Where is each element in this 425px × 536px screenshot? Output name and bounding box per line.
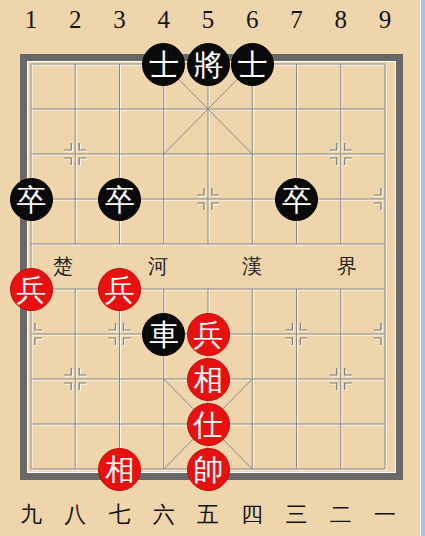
piece-red-elephant[interactable]: 相 [186,357,230,402]
piece-black-soldier[interactable]: 卒 [275,177,319,222]
piece-black-advisor[interactable]: 士 [230,42,274,87]
piece-red-soldier[interactable]: 兵 [186,312,230,357]
piece-red-elephant[interactable]: 相 [98,447,142,492]
black-advisor-disc: 士 [231,43,274,86]
piece-red-advisor[interactable]: 仕 [186,402,230,447]
piece-red-soldier[interactable]: 兵 [98,267,142,312]
file-label-bottom-7: 三 [286,500,308,530]
file-label-top-2: 2 [69,6,82,34]
file-label-top-9: 9 [379,6,392,34]
black-general-disc: 將 [187,43,230,86]
file-label-bottom-5: 五 [197,500,219,530]
piece-black-soldier[interactable]: 卒 [98,177,142,222]
red-soldier-disc: 兵 [10,268,53,311]
black-chariot-disc: 車 [142,313,185,356]
window-edge [420,0,425,536]
app-background: 楚河漢界 123456789 九八七六五四三二一 士將士卒卒卒車兵兵兵相仕帥相 [0,0,425,536]
file-label-top-3: 3 [113,6,126,34]
file-label-bottom-2: 八 [64,500,86,530]
red-elephant-disc: 相 [98,448,141,491]
red-elephant-disc: 相 [187,358,230,401]
red-advisor-disc: 仕 [187,403,230,446]
file-label-bottom-3: 七 [109,500,131,530]
file-label-bottom-4: 六 [153,500,175,530]
black-soldier-disc: 卒 [10,178,53,221]
red-soldier-disc: 兵 [187,313,230,356]
black-soldier-disc: 卒 [98,178,141,221]
black-soldier-disc: 卒 [275,178,318,221]
file-label-bottom-6: 四 [241,500,263,530]
piece-black-chariot[interactable]: 車 [142,312,186,357]
red-soldier-disc: 兵 [98,268,141,311]
piece-black-soldier[interactable]: 卒 [9,177,53,222]
red-general-disc: 帥 [187,448,230,491]
black-advisor-disc: 士 [142,43,185,86]
file-label-top-4: 4 [158,6,171,34]
file-label-top-5: 5 [202,6,215,34]
file-label-bottom-1: 九 [20,500,42,530]
file-label-bottom-8: 二 [330,500,352,530]
file-label-bottom-9: 一 [374,500,396,530]
piece-black-general[interactable]: 將 [186,42,230,87]
piece-black-advisor[interactable]: 士 [142,42,186,87]
file-label-top-6: 6 [246,6,259,34]
file-label-top-8: 8 [335,6,348,34]
piece-red-general[interactable]: 帥 [186,447,230,492]
xiangqi-board: 士將士卒卒卒車兵兵兵相仕帥相 [9,42,408,492]
file-label-top-1: 1 [25,6,38,34]
piece-red-soldier[interactable]: 兵 [9,267,53,312]
file-label-top-7: 7 [290,6,303,34]
